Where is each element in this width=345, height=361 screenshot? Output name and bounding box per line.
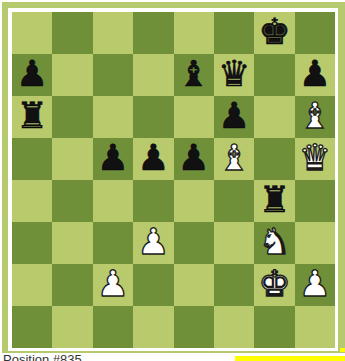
square-f1[interactable] (214, 306, 254, 348)
square-d2[interactable] (133, 264, 173, 306)
piece-white-bishop[interactable]: ♝ (218, 140, 250, 176)
square-d4[interactable] (133, 180, 173, 222)
square-h5[interactable]: ♛ (295, 138, 335, 180)
square-h4[interactable] (295, 180, 335, 222)
piece-white-pawn[interactable]: ♟ (299, 266, 331, 302)
square-e3[interactable] (174, 222, 214, 264)
piece-white-king[interactable]: ♚ (258, 266, 290, 302)
piece-black-queen[interactable]: ♛ (218, 56, 250, 92)
square-a3[interactable] (12, 222, 52, 264)
square-d8[interactable] (133, 12, 173, 54)
square-a6[interactable]: ♜ (12, 96, 52, 138)
caption: Position #835 (3, 353, 82, 361)
square-g2[interactable]: ♚ (254, 264, 294, 306)
square-g7[interactable] (254, 54, 294, 96)
square-h7[interactable]: ♟ (295, 54, 335, 96)
square-a2[interactable] (12, 264, 52, 306)
square-a4[interactable] (12, 180, 52, 222)
piece-black-pawn[interactable]: ♟ (137, 140, 169, 176)
square-a8[interactable] (12, 12, 52, 54)
square-f5[interactable]: ♝ (214, 138, 254, 180)
piece-white-queen[interactable]: ♛ (299, 140, 331, 176)
piece-white-pawn[interactable]: ♟ (137, 224, 169, 260)
square-f3[interactable] (214, 222, 254, 264)
square-g5[interactable] (254, 138, 294, 180)
piece-black-pawn[interactable]: ♟ (218, 98, 250, 134)
square-f2[interactable] (214, 264, 254, 306)
square-b7[interactable] (52, 54, 92, 96)
square-c6[interactable] (93, 96, 133, 138)
piece-white-bishop[interactable]: ♝ (299, 98, 331, 134)
piece-black-pawn[interactable]: ♟ (299, 56, 331, 92)
chess-diagram: ♚♟♝♛♟♜♟♝♟♟♟♝♛♜♟♞♟♚♟ Position #835 (0, 0, 345, 361)
square-b4[interactable] (52, 180, 92, 222)
square-c2[interactable]: ♟ (93, 264, 133, 306)
square-f7[interactable]: ♛ (214, 54, 254, 96)
square-e1[interactable] (174, 306, 214, 348)
square-c4[interactable] (93, 180, 133, 222)
piece-black-pawn[interactable]: ♟ (16, 56, 48, 92)
square-a5[interactable] (12, 138, 52, 180)
square-e4[interactable] (174, 180, 214, 222)
square-c1[interactable] (93, 306, 133, 348)
square-h8[interactable] (295, 12, 335, 54)
square-a1[interactable] (12, 306, 52, 348)
piece-white-pawn[interactable]: ♟ (97, 266, 129, 302)
piece-black-pawn[interactable]: ♟ (97, 140, 129, 176)
square-e2[interactable] (174, 264, 214, 306)
square-d5[interactable]: ♟ (133, 138, 173, 180)
square-a7[interactable]: ♟ (12, 54, 52, 96)
square-h1[interactable] (295, 306, 335, 348)
square-d7[interactable] (133, 54, 173, 96)
highlight-notch (340, 348, 345, 352)
square-b3[interactable] (52, 222, 92, 264)
board: ♚♟♝♛♟♜♟♝♟♟♟♝♛♜♟♞♟♚♟ (12, 12, 335, 348)
square-h2[interactable]: ♟ (295, 264, 335, 306)
square-e7[interactable]: ♝ (174, 54, 214, 96)
square-d6[interactable] (133, 96, 173, 138)
piece-black-king[interactable]: ♚ (258, 14, 290, 50)
square-f8[interactable] (214, 12, 254, 54)
square-g6[interactable] (254, 96, 294, 138)
square-g4[interactable]: ♜ (254, 180, 294, 222)
square-g8[interactable]: ♚ (254, 12, 294, 54)
square-e8[interactable] (174, 12, 214, 54)
piece-black-bishop[interactable]: ♝ (178, 56, 210, 92)
square-b5[interactable] (52, 138, 92, 180)
piece-black-rook[interactable]: ♜ (16, 98, 48, 134)
square-c5[interactable]: ♟ (93, 138, 133, 180)
square-h6[interactable]: ♝ (295, 96, 335, 138)
piece-black-pawn[interactable]: ♟ (178, 140, 210, 176)
square-e5[interactable]: ♟ (174, 138, 214, 180)
square-g3[interactable]: ♞ (254, 222, 294, 264)
piece-white-knight[interactable]: ♞ (258, 224, 290, 260)
square-d3[interactable]: ♟ (133, 222, 173, 264)
square-c7[interactable] (93, 54, 133, 96)
square-d1[interactable] (133, 306, 173, 348)
square-f6[interactable]: ♟ (214, 96, 254, 138)
square-b2[interactable] (52, 264, 92, 306)
square-b1[interactable] (52, 306, 92, 348)
square-b8[interactable] (52, 12, 92, 54)
square-c8[interactable] (93, 12, 133, 54)
square-h3[interactable] (295, 222, 335, 264)
square-c3[interactable] (93, 222, 133, 264)
highlight-bar (235, 356, 345, 361)
square-g1[interactable] (254, 306, 294, 348)
square-e6[interactable] (174, 96, 214, 138)
square-b6[interactable] (52, 96, 92, 138)
piece-black-rook[interactable]: ♜ (258, 182, 290, 218)
square-f4[interactable] (214, 180, 254, 222)
